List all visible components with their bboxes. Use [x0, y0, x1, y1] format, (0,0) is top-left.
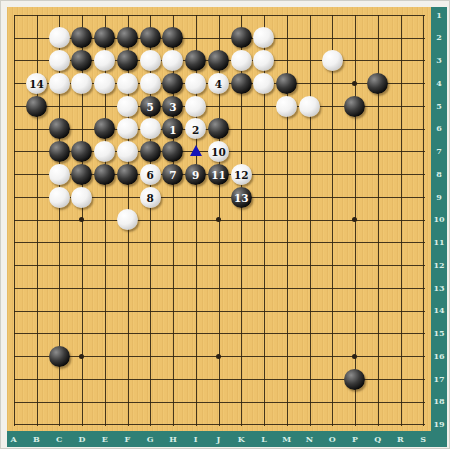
- row-label-3: 3: [431, 56, 447, 65]
- point-G6: [139, 117, 162, 140]
- star-point-D10: [79, 217, 84, 222]
- marked-point-I7[interactable]: [184, 140, 207, 163]
- move-number-11: 11: [211, 170, 226, 181]
- black-stone-D8: [71, 164, 92, 185]
- black-stone-C16: [49, 346, 70, 367]
- column-label-B: B: [30, 435, 42, 444]
- star-point-P4: [352, 81, 357, 86]
- point-F3: [116, 49, 139, 72]
- point-L4: [253, 72, 276, 95]
- row-label-2: 2: [431, 33, 447, 42]
- white-stone-E3: [94, 50, 115, 71]
- point-C6: [48, 117, 71, 140]
- point-Q4: [366, 72, 389, 95]
- move-number-9: 9: [192, 170, 199, 181]
- black-stone-G7: [140, 141, 161, 162]
- point-O3: [321, 49, 344, 72]
- point-E2: [93, 26, 116, 49]
- point-F5: [116, 95, 139, 118]
- white-stone-K8: 12: [231, 164, 252, 185]
- point-G7: [139, 140, 162, 163]
- star-point-P10: [352, 217, 357, 222]
- row-label-4: 4: [431, 79, 447, 88]
- black-stone-H2: [162, 27, 183, 48]
- row-label-9: 9: [431, 193, 447, 202]
- black-stone-H8: 7: [162, 164, 183, 185]
- column-label-D: D: [76, 435, 88, 444]
- move-number-12: 12: [234, 170, 249, 181]
- point-D7: [71, 140, 94, 163]
- white-stone-C2: [49, 27, 70, 48]
- black-stone-J8: 11: [208, 164, 229, 185]
- point-K9: 13: [230, 186, 253, 209]
- column-label-F: F: [121, 435, 133, 444]
- point-P5: [344, 95, 367, 118]
- white-stone-M5: [276, 96, 297, 117]
- black-stone-G2: [140, 27, 161, 48]
- move-number-4: 4: [215, 79, 222, 90]
- move-number-3: 3: [169, 101, 176, 112]
- board-intersections: 1445312106791112813: [2, 4, 434, 436]
- star-point-cell-P4: [344, 72, 367, 95]
- move-number-13: 13: [234, 192, 249, 203]
- white-stone-I6: 2: [185, 118, 206, 139]
- star-point-cell-D10: [71, 208, 94, 231]
- point-H4: [162, 72, 185, 95]
- black-stone-M4: [276, 73, 297, 94]
- white-stone-C3: [49, 50, 70, 71]
- white-stone-G3: [140, 50, 161, 71]
- column-label-E: E: [99, 435, 111, 444]
- point-H8: 7: [162, 163, 185, 186]
- column-label-O: O: [326, 435, 338, 444]
- point-D8: [71, 163, 94, 186]
- column-label-N: N: [303, 435, 315, 444]
- row-label-12: 12: [431, 261, 447, 270]
- go-board[interactable]: 1445312106791112813: [7, 7, 431, 431]
- point-I5: [184, 95, 207, 118]
- row-label-8: 8: [431, 170, 447, 179]
- point-H5: 3: [162, 95, 185, 118]
- point-K3: [230, 49, 253, 72]
- move-number-5: 5: [147, 101, 154, 112]
- star-point-cell-J16: [207, 345, 230, 368]
- row-label-17: 17: [431, 375, 447, 384]
- point-G4: [139, 72, 162, 95]
- black-stone-D7: [71, 141, 92, 162]
- black-stone-P17: [344, 369, 365, 390]
- point-E7: [93, 140, 116, 163]
- white-stone-D4: [71, 73, 92, 94]
- star-point-cell-D16: [71, 345, 94, 368]
- black-stone-J3: [208, 50, 229, 71]
- black-stone-J6: [208, 118, 229, 139]
- point-J8: 11: [207, 163, 230, 186]
- white-stone-D9: [71, 187, 92, 208]
- point-C3: [48, 49, 71, 72]
- point-J4: 4: [207, 72, 230, 95]
- move-number-6: 6: [147, 170, 154, 181]
- column-label-K: K: [235, 435, 247, 444]
- star-point-cell-J10: [207, 208, 230, 231]
- black-stone-C6: [49, 118, 70, 139]
- point-H2: [162, 26, 185, 49]
- point-M5: [275, 95, 298, 118]
- point-D9: [71, 186, 94, 209]
- point-E3: [93, 49, 116, 72]
- black-stone-Q4: [367, 73, 388, 94]
- black-stone-K2: [231, 27, 252, 48]
- column-label-A: A: [8, 435, 20, 444]
- black-stone-P5: [344, 96, 365, 117]
- white-stone-J7: 10: [208, 141, 229, 162]
- triangle-marker-I7[interactable]: [190, 145, 202, 156]
- row-label-13: 13: [431, 284, 447, 293]
- column-label-P: P: [349, 435, 361, 444]
- point-F7: [116, 140, 139, 163]
- white-stone-O3: [322, 50, 343, 71]
- star-point-P16: [352, 354, 357, 359]
- point-G3: [139, 49, 162, 72]
- white-stone-G8: 6: [140, 164, 161, 185]
- white-stone-G9: 8: [140, 187, 161, 208]
- white-stone-G4: [140, 73, 161, 94]
- black-stone-I8: 9: [185, 164, 206, 185]
- point-F2: [116, 26, 139, 49]
- black-stone-C7: [49, 141, 70, 162]
- white-stone-L3: [253, 50, 274, 71]
- black-stone-K4: [231, 73, 252, 94]
- row-label-5: 5: [431, 102, 447, 111]
- white-stone-C9: [49, 187, 70, 208]
- row-label-6: 6: [431, 124, 447, 133]
- white-stone-B4: 14: [26, 73, 47, 94]
- point-J3: [207, 49, 230, 72]
- point-C4: [48, 72, 71, 95]
- row-label-15: 15: [431, 329, 447, 338]
- star-point-D16: [79, 354, 84, 359]
- point-J6: [207, 117, 230, 140]
- point-M4: [275, 72, 298, 95]
- white-stone-C8: [49, 164, 70, 185]
- point-K8: 12: [230, 163, 253, 186]
- move-number-7: 7: [169, 170, 176, 181]
- point-D4: [71, 72, 94, 95]
- point-G2: [139, 26, 162, 49]
- point-G8: 6: [139, 163, 162, 186]
- row-label-1: 1: [431, 11, 447, 20]
- point-P17: [344, 368, 367, 391]
- column-label-S: S: [417, 435, 429, 444]
- column-label-C: C: [53, 435, 65, 444]
- column-label-H: H: [167, 435, 179, 444]
- column-label-M: M: [281, 435, 293, 444]
- point-D3: [71, 49, 94, 72]
- column-label-J: J: [212, 435, 224, 444]
- black-stone-K9: 13: [231, 187, 252, 208]
- point-I6: 2: [184, 117, 207, 140]
- row-label-19: 19: [431, 420, 447, 429]
- move-number-2: 2: [192, 124, 199, 135]
- point-K2: [230, 26, 253, 49]
- row-label-18: 18: [431, 397, 447, 406]
- point-C2: [48, 26, 71, 49]
- white-stone-H3: [162, 50, 183, 71]
- point-K4: [230, 72, 253, 95]
- point-G9: 8: [139, 186, 162, 209]
- point-E6: [93, 117, 116, 140]
- point-F6: [116, 117, 139, 140]
- point-H6: 1: [162, 117, 185, 140]
- move-number-10: 10: [211, 147, 226, 158]
- point-D2: [71, 26, 94, 49]
- white-stone-F10: [117, 209, 138, 230]
- black-stone-F2: [117, 27, 138, 48]
- point-G5: 5: [139, 95, 162, 118]
- row-label-16: 16: [431, 352, 447, 361]
- black-stone-D2: [71, 27, 92, 48]
- black-stone-B5: [26, 96, 47, 117]
- black-stone-H7: [162, 141, 183, 162]
- point-H7: [162, 140, 185, 163]
- white-stone-C4: [49, 73, 70, 94]
- point-N5: [298, 95, 321, 118]
- white-stone-N5: [299, 96, 320, 117]
- black-stone-H6: 1: [162, 118, 183, 139]
- black-stone-F8: [117, 164, 138, 185]
- white-stone-L2: [253, 27, 274, 48]
- black-stone-I3: [185, 50, 206, 71]
- star-point-cell-P10: [344, 208, 367, 231]
- column-label-R: R: [394, 435, 406, 444]
- point-E8: [93, 163, 116, 186]
- star-point-J10: [216, 217, 221, 222]
- column-label-L: L: [258, 435, 270, 444]
- point-E4: [93, 72, 116, 95]
- row-label-7: 7: [431, 147, 447, 156]
- black-stone-D3: [71, 50, 92, 71]
- white-stone-F5: [117, 96, 138, 117]
- point-H3: [162, 49, 185, 72]
- column-label-I: I: [190, 435, 202, 444]
- black-stone-H5: 3: [162, 96, 183, 117]
- point-I3: [184, 49, 207, 72]
- move-number-1: 1: [169, 124, 176, 135]
- star-point-cell-P16: [344, 345, 367, 368]
- white-stone-I4: [185, 73, 206, 94]
- black-stone-F3: [117, 50, 138, 71]
- point-F4: [116, 72, 139, 95]
- black-stone-H4: [162, 73, 183, 94]
- point-J7: 10: [207, 140, 230, 163]
- white-stone-F6: [117, 118, 138, 139]
- black-stone-E8: [94, 164, 115, 185]
- point-I4: [184, 72, 207, 95]
- move-number-8: 8: [147, 192, 154, 203]
- white-stone-F4: [117, 73, 138, 94]
- point-B4: 14: [25, 72, 48, 95]
- white-stone-G6: [140, 118, 161, 139]
- row-label-10: 10: [431, 215, 447, 224]
- white-stone-L4: [253, 73, 274, 94]
- point-C8: [48, 163, 71, 186]
- point-B5: [25, 95, 48, 118]
- column-label-Q: Q: [372, 435, 384, 444]
- star-point-J16: [216, 354, 221, 359]
- white-stone-J4: 4: [208, 73, 229, 94]
- white-stone-I5: [185, 96, 206, 117]
- go-app-window: 1445312106791112813 ABCDEFGHIJKLMNOPQRS1…: [0, 0, 450, 449]
- white-stone-K3: [231, 50, 252, 71]
- black-stone-G5: 5: [140, 96, 161, 117]
- point-I8: 9: [184, 163, 207, 186]
- black-stone-E2: [94, 27, 115, 48]
- point-L2: [253, 26, 276, 49]
- white-stone-E7: [94, 141, 115, 162]
- column-label-G: G: [144, 435, 156, 444]
- point-C16: [48, 345, 71, 368]
- point-C9: [48, 186, 71, 209]
- black-stone-E6: [94, 118, 115, 139]
- move-number-14: 14: [29, 79, 44, 90]
- row-label-14: 14: [431, 306, 447, 315]
- point-C7: [48, 140, 71, 163]
- row-label-11: 11: [431, 238, 447, 247]
- point-F10: [116, 208, 139, 231]
- white-stone-E4: [94, 73, 115, 94]
- point-F8: [116, 163, 139, 186]
- white-stone-F7: [117, 141, 138, 162]
- point-L3: [253, 49, 276, 72]
